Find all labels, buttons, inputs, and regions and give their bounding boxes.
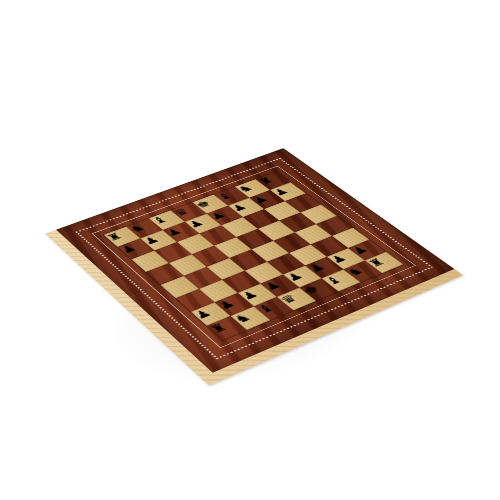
product-photo: ♜♞♝♛♚♝♞♜♟♟♟♟♟♟♟♟♟♟♟♟♟♟♟♟♜♞♝♛♚♝♞♜	[0, 0, 500, 500]
square-f5	[258, 221, 295, 241]
piece-white-pawn-b2: ♟	[215, 297, 239, 312]
piece-white-pawn-c2: ♟	[238, 288, 262, 302]
piece-white-pawn-f2: ♟	[305, 261, 328, 275]
